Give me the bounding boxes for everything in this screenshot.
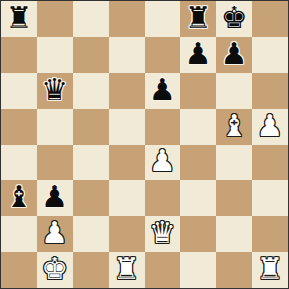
square-g6[interactable] <box>216 73 252 109</box>
black-pawn[interactable]: ♟ <box>221 39 248 69</box>
white-pawn[interactable]: ♟ <box>257 111 284 141</box>
square-e6[interactable]: ♟ <box>145 73 181 109</box>
black-rook[interactable]: ♜ <box>5 3 32 33</box>
square-f8[interactable]: ♜ <box>180 1 216 37</box>
square-h8[interactable] <box>252 1 288 37</box>
square-c2[interactable] <box>73 216 109 252</box>
square-a6[interactable] <box>1 73 37 109</box>
black-bishop[interactable]: ♝ <box>5 182 32 212</box>
square-g7[interactable]: ♟ <box>216 37 252 73</box>
black-king[interactable]: ♚ <box>221 3 248 33</box>
square-f6[interactable] <box>180 73 216 109</box>
black-pawn[interactable]: ♟ <box>149 75 176 105</box>
white-pawn[interactable]: ♟ <box>41 218 68 248</box>
square-h3[interactable] <box>252 180 288 216</box>
square-f1[interactable] <box>180 252 216 288</box>
black-pawn[interactable]: ♟ <box>185 39 212 69</box>
square-f4[interactable] <box>180 145 216 181</box>
square-h4[interactable] <box>252 145 288 181</box>
square-b7[interactable] <box>37 37 73 73</box>
square-g3[interactable] <box>216 180 252 216</box>
square-b8[interactable] <box>37 1 73 37</box>
square-d8[interactable] <box>109 1 145 37</box>
square-e5[interactable] <box>145 109 181 145</box>
square-h6[interactable] <box>252 73 288 109</box>
square-g5[interactable]: ♝ <box>216 109 252 145</box>
white-bishop[interactable]: ♝ <box>221 111 248 141</box>
square-h2[interactable] <box>252 216 288 252</box>
square-g1[interactable] <box>216 252 252 288</box>
square-a4[interactable] <box>1 145 37 181</box>
square-b2[interactable]: ♟ <box>37 216 73 252</box>
square-a5[interactable] <box>1 109 37 145</box>
square-f5[interactable] <box>180 109 216 145</box>
square-c6[interactable] <box>73 73 109 109</box>
square-a3[interactable]: ♝ <box>1 180 37 216</box>
black-pawn[interactable]: ♟ <box>41 182 68 212</box>
square-e1[interactable] <box>145 252 181 288</box>
square-e2[interactable]: ♛ <box>145 216 181 252</box>
white-king[interactable]: ♚ <box>41 254 68 284</box>
square-b6[interactable]: ♛ <box>37 73 73 109</box>
square-f7[interactable]: ♟ <box>180 37 216 73</box>
square-a7[interactable] <box>1 37 37 73</box>
square-d2[interactable] <box>109 216 145 252</box>
square-g4[interactable] <box>216 145 252 181</box>
square-d7[interactable] <box>109 37 145 73</box>
square-d3[interactable] <box>109 180 145 216</box>
square-a1[interactable] <box>1 252 37 288</box>
square-c5[interactable] <box>73 109 109 145</box>
square-h1[interactable]: ♜ <box>252 252 288 288</box>
square-h7[interactable] <box>252 37 288 73</box>
square-c8[interactable] <box>73 1 109 37</box>
square-d5[interactable] <box>109 109 145 145</box>
square-b3[interactable]: ♟ <box>37 180 73 216</box>
square-g8[interactable]: ♚ <box>216 1 252 37</box>
white-queen[interactable]: ♛ <box>149 218 176 248</box>
square-a8[interactable]: ♜ <box>1 1 37 37</box>
square-c4[interactable] <box>73 145 109 181</box>
square-a2[interactable] <box>1 216 37 252</box>
square-h5[interactable]: ♟ <box>252 109 288 145</box>
square-c3[interactable] <box>73 180 109 216</box>
square-b5[interactable] <box>37 109 73 145</box>
white-rook[interactable]: ♜ <box>257 254 284 284</box>
black-rook[interactable]: ♜ <box>185 3 212 33</box>
square-b1[interactable]: ♚ <box>37 252 73 288</box>
white-rook[interactable]: ♜ <box>113 254 140 284</box>
chess-board: ♜♜♚♟♟♛♟♝♟♟♝♟♟♛♚♜♜ <box>0 0 289 289</box>
square-e7[interactable] <box>145 37 181 73</box>
square-c7[interactable] <box>73 37 109 73</box>
square-e8[interactable] <box>145 1 181 37</box>
square-f3[interactable] <box>180 180 216 216</box>
square-e4[interactable]: ♟ <box>145 145 181 181</box>
square-d4[interactable] <box>109 145 145 181</box>
square-d6[interactable] <box>109 73 145 109</box>
square-e3[interactable] <box>145 180 181 216</box>
black-queen[interactable]: ♛ <box>41 75 68 105</box>
square-g2[interactable] <box>216 216 252 252</box>
square-f2[interactable] <box>180 216 216 252</box>
square-c1[interactable] <box>73 252 109 288</box>
white-pawn[interactable]: ♟ <box>149 146 176 176</box>
square-d1[interactable]: ♜ <box>109 252 145 288</box>
square-b4[interactable] <box>37 145 73 181</box>
